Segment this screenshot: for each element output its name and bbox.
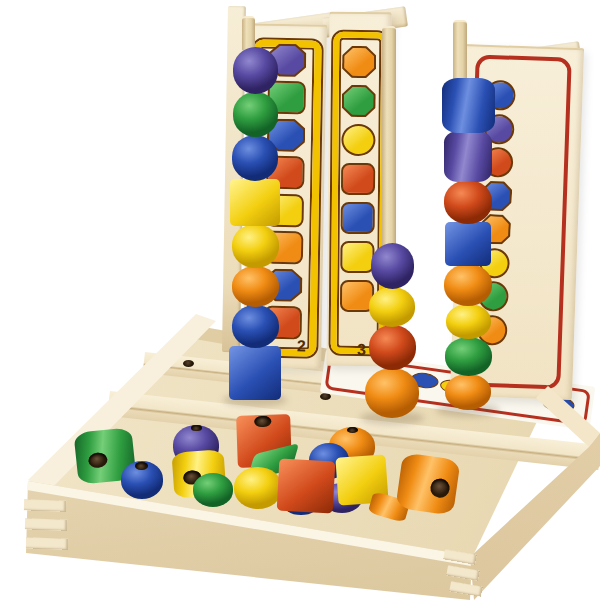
finger-joint [26,537,68,549]
bead-hole [191,425,201,431]
bead-hole [87,452,108,470]
round-bead-blue [121,461,163,499]
cylinder-bead-orange [395,452,460,516]
finger-joint [25,518,67,530]
bead-hole [135,462,148,470]
round-bead-yellow [234,467,282,509]
bead-hole [430,478,451,499]
finger-joint [24,499,66,511]
bead-hole [347,427,357,433]
bead-hole [254,416,271,428]
round-bead-green [193,473,233,507]
toy-scene: 23 [0,0,600,600]
cube-bead-red [277,459,336,514]
